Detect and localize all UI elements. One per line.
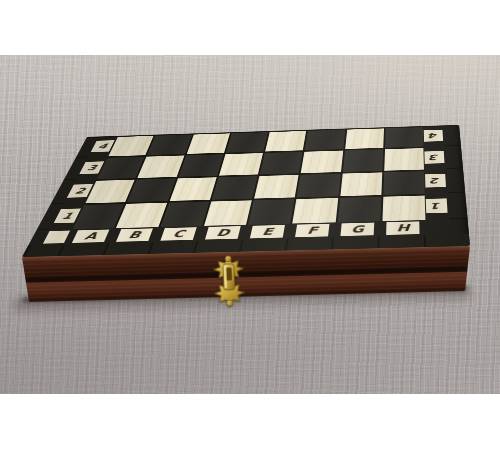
square-c3 xyxy=(178,154,223,176)
square-e1 xyxy=(248,199,295,225)
square-e4 xyxy=(265,131,306,152)
file-label-b: B xyxy=(116,228,153,241)
square-c4 xyxy=(186,133,229,154)
square-e3 xyxy=(260,152,303,174)
file-label-c: C xyxy=(160,227,196,240)
square-b4 xyxy=(147,135,191,156)
board-squares xyxy=(73,126,426,229)
file-label-e: E xyxy=(250,225,285,238)
file-label-h: H xyxy=(386,221,419,235)
product-photo: 4321 4321 ABCDEFGH xyxy=(0,0,500,450)
square-c2 xyxy=(169,177,216,201)
square-h4 xyxy=(385,127,423,148)
square-d1 xyxy=(204,200,252,226)
chess-board-lid: 4321 4321 ABCDEFGH xyxy=(22,125,470,257)
square-b2 xyxy=(127,178,175,202)
file-cell-g: G xyxy=(334,221,380,237)
file-cell-f: F xyxy=(289,222,336,238)
rank-cell-right-4: 4 xyxy=(423,125,446,147)
square-h2 xyxy=(383,171,425,195)
file-label-g: G xyxy=(340,223,374,236)
square-c1 xyxy=(160,201,209,227)
file-cell-a: A xyxy=(65,228,116,244)
file-label-d: D xyxy=(205,226,241,239)
file-cell-d: D xyxy=(199,225,247,241)
file-cell-h: H xyxy=(380,220,426,236)
square-f3 xyxy=(301,151,343,173)
square-d2 xyxy=(212,176,258,200)
rank-label-right-2: 2 xyxy=(425,174,446,188)
square-h1 xyxy=(382,195,425,221)
square-b1 xyxy=(116,203,167,229)
file-cell-b: B xyxy=(109,227,159,243)
rank-label-right-1: 1 xyxy=(426,198,448,213)
square-g1 xyxy=(337,197,381,223)
square-f4 xyxy=(305,130,345,151)
square-e2 xyxy=(254,175,299,199)
file-label-f: F xyxy=(295,224,329,237)
square-d4 xyxy=(226,132,268,153)
fabric-background: 4321 4321 ABCDEFGH xyxy=(0,55,500,394)
square-g4 xyxy=(345,128,384,149)
square-g3 xyxy=(342,149,383,171)
rank-cell-right-2: 2 xyxy=(424,169,448,194)
rank-label-right-3: 3 xyxy=(424,151,444,164)
file-label-a: A xyxy=(72,230,110,243)
rank-cell-right-3: 3 xyxy=(423,146,446,169)
square-g2 xyxy=(340,172,382,196)
square-d3 xyxy=(219,153,263,175)
rank-cell-right-1: 1 xyxy=(425,193,450,220)
square-f2 xyxy=(297,173,340,197)
corner-square-right xyxy=(425,219,451,235)
square-h3 xyxy=(384,148,424,170)
brass-clasp-icon xyxy=(205,254,253,308)
square-b3 xyxy=(138,156,184,178)
file-cell-c: C xyxy=(154,226,203,242)
square-f1 xyxy=(292,198,337,224)
rank-label-right-4: 4 xyxy=(424,130,443,142)
file-cell-e: E xyxy=(243,224,291,240)
